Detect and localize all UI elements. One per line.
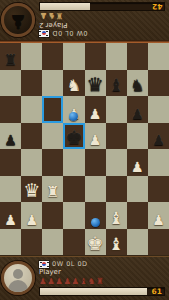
piece-black-pawn-a5[interactable]: ♟ (0, 133, 21, 147)
square-b1[interactable] (21, 229, 42, 256)
piece-black-rook-a8[interactable]: ♜ (0, 53, 21, 68)
square-g1[interactable] (127, 229, 148, 256)
piece-white-king-e1[interactable]: ♚ (85, 234, 106, 253)
piece-white-bishop-f2[interactable]: ♝ (106, 210, 127, 227)
square-a1[interactable] (0, 229, 21, 256)
bottom-player-timer: 61 (152, 288, 162, 295)
square-a6[interactable] (0, 96, 21, 123)
captured-pawn-icon: ♟ (63, 276, 71, 286)
square-f5[interactable] (106, 123, 127, 150)
piece-black-queen-e7[interactable]: ♛ (85, 75, 106, 94)
piece-white-queen-b3[interactable]: ♛ (21, 181, 42, 200)
captured-rook-icon: ♜ (55, 11, 63, 20)
square-e8[interactable] (85, 43, 106, 70)
chess-board: ♜♞♛♝♞♟♟♟♟♚♟♟♟♛♜♟♟♝♟♚♝ (0, 43, 169, 255)
bottom-player-stats-row: 0W 0L 0D (39, 260, 165, 268)
square-f3[interactable] (106, 176, 127, 203)
piece-white-pawn-g4[interactable]: ♟ (127, 160, 148, 174)
korea-flag-icon (39, 261, 49, 268)
square-h3[interactable] (148, 176, 169, 203)
person-icon (13, 269, 23, 279)
bottom-player-bar: 0W 0L 0D Player ♟♟♟♟♟♝♞♜ 61 (0, 256, 169, 300)
square-h4[interactable] (148, 149, 169, 176)
korea-flag-icon (39, 30, 49, 37)
square-e4[interactable] (85, 149, 106, 176)
square-c2[interactable] (42, 202, 63, 229)
captured-pawn-icon: ♟ (39, 276, 47, 286)
square-d2[interactable] (63, 202, 84, 229)
piece-white-pawn-b2[interactable]: ♟ (21, 213, 42, 227)
avatar-piece-icon: ♟ (4, 8, 32, 36)
square-h8[interactable] (148, 43, 169, 70)
piece-black-pawn-g6[interactable]: ♟ (127, 107, 148, 121)
square-f8[interactable] (106, 43, 127, 70)
square-d8[interactable] (63, 43, 84, 70)
square-h7[interactable] (148, 70, 169, 97)
piece-white-knight-d7[interactable]: ♞ (63, 78, 84, 94)
top-player-stats-row: 0W 0L 0D (39, 29, 165, 37)
top-player-bar: ♟ 42 ♟♞♜ Player 2 0W 0L 0D (0, 0, 169, 42)
captured-knight-icon: ♞ (88, 276, 96, 286)
piece-white-pawn-e5[interactable]: ♟ (85, 133, 106, 147)
square-e3[interactable] (85, 176, 106, 203)
bottom-player-progressbar: 61 (39, 287, 165, 296)
top-player-info: 42 ♟♞♜ Player 2 0W 0L 0D (39, 2, 165, 37)
piece-black-knight-g7[interactable]: ♞ (127, 78, 148, 94)
square-c4[interactable] (42, 149, 63, 176)
bottom-player-info: 0W 0L 0D Player ♟♟♟♟♟♝♞♜ 61 (39, 260, 165, 296)
top-player-name: Player 2 (39, 20, 165, 29)
square-a4[interactable] (0, 149, 21, 176)
square-h6[interactable] (148, 96, 169, 123)
bottom-player-record: 0W 0L 0D (52, 260, 88, 268)
person-icon-body (8, 280, 28, 294)
square-a7[interactable] (0, 70, 21, 97)
top-player-record: 0W 0L 0D (52, 29, 88, 37)
square-c6[interactable] (42, 96, 63, 123)
square-b4[interactable] (21, 149, 42, 176)
piece-black-pawn-h5[interactable]: ♟ (148, 133, 169, 147)
bottom-player-avatar[interactable] (1, 261, 35, 295)
square-c7[interactable] (42, 70, 63, 97)
square-f4[interactable] (106, 149, 127, 176)
bottom-captured-tray: ♟♟♟♟♟♝♞♜ (39, 277, 165, 286)
captured-bishop-icon: ♝ (80, 276, 88, 286)
square-h1[interactable] (148, 229, 169, 256)
top-progress-fill (40, 3, 90, 10)
captured-pawn-icon: ♟ (39, 11, 47, 20)
square-b5[interactable] (21, 123, 42, 150)
square-c5[interactable] (42, 123, 63, 150)
square-d1[interactable] (63, 229, 84, 256)
square-a3[interactable] (0, 176, 21, 203)
piece-white-pawn-h2[interactable]: ♟ (148, 213, 169, 227)
square-d3[interactable] (63, 176, 84, 203)
top-captured-tray: ♟♞♜ (39, 11, 165, 20)
piece-white-pawn-d6[interactable]: ♟ (63, 107, 84, 121)
square-g8[interactable] (127, 43, 148, 70)
square-b6[interactable] (21, 96, 42, 123)
square-c1[interactable] (42, 229, 63, 256)
square-b8[interactable] (21, 43, 42, 70)
top-player-progressbar: 42 (39, 2, 165, 11)
piece-black-king-d5[interactable]: ♚ (63, 128, 84, 147)
square-b7[interactable] (21, 70, 42, 97)
piece-black-bishop-f7[interactable]: ♝ (106, 77, 127, 94)
captured-rook-icon: ♜ (96, 276, 104, 286)
top-player-timer: 42 (152, 3, 162, 10)
square-f6[interactable] (106, 96, 127, 123)
piece-white-rook-c3[interactable]: ♜ (42, 185, 63, 200)
square-d4[interactable] (63, 149, 84, 176)
square-g5[interactable] (127, 123, 148, 150)
square-c8[interactable] (42, 43, 63, 70)
captured-pawn-icon: ♟ (72, 276, 80, 286)
top-player-avatar[interactable]: ♟ (1, 3, 35, 37)
square-e2[interactable] (85, 202, 106, 229)
piece-white-pawn-a2[interactable]: ♟ (0, 213, 21, 227)
square-g2[interactable] (127, 202, 148, 229)
chess-app-screen: ♟ 42 ♟♞♜ Player 2 0W 0L 0D ♜♞♛♝♞♟♟♟♟♚♟♟♟… (0, 0, 169, 300)
bottom-progress-fill (40, 288, 147, 295)
piece-white-bishop-f1[interactable]: ♝ (106, 236, 127, 253)
square-g3[interactable] (127, 176, 148, 203)
piece-white-pawn-e6[interactable]: ♟ (85, 107, 106, 121)
